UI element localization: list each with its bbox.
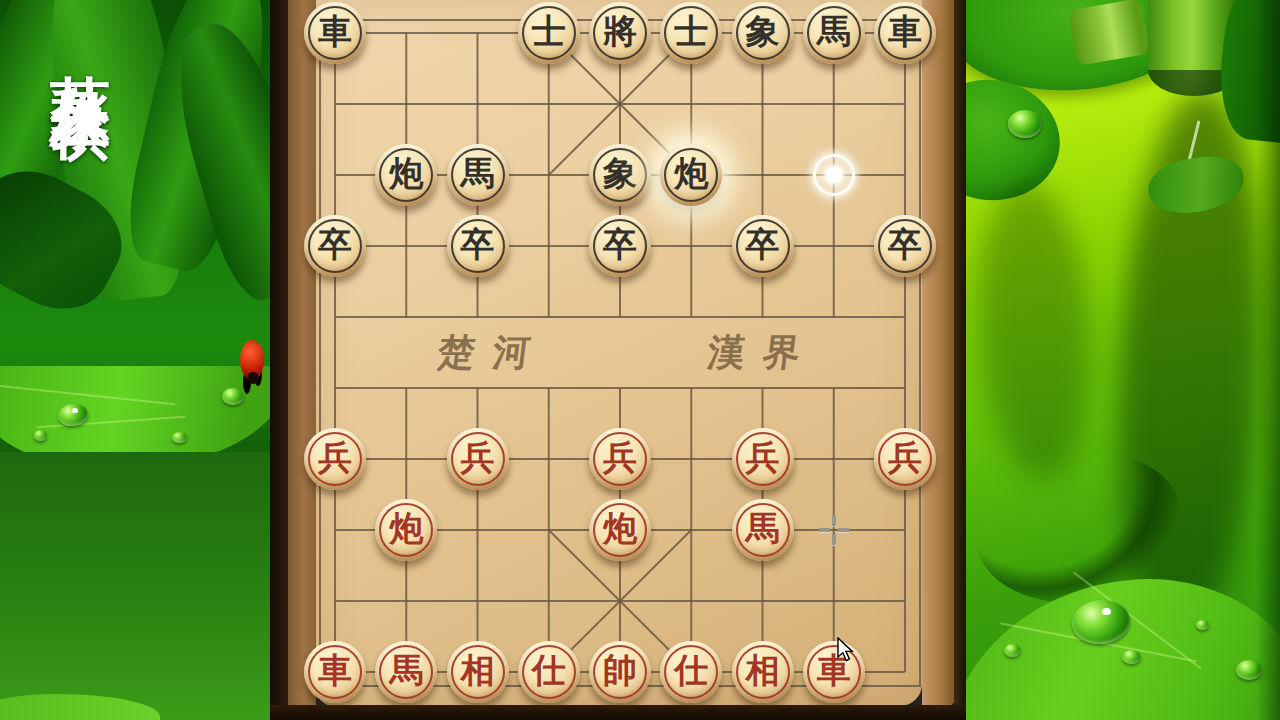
piece-black-卒[interactable]: 卒 [589,215,651,277]
crosshair-bar [819,528,830,532]
piece-red-兵[interactable]: 兵 [304,428,366,490]
piece-character: 卒 [447,214,509,276]
piece-black-象[interactable]: 象 [732,2,794,64]
piece-black-象[interactable]: 象 [589,144,651,206]
edge-shadow [1256,0,1280,720]
ladybug [240,340,264,380]
piece-character: 兵 [589,427,651,489]
piece-black-卒[interactable]: 卒 [304,215,366,277]
piece-black-炮[interactable]: 炮 [660,144,722,206]
piece-black-士[interactable]: 士 [518,2,580,64]
leaf [935,570,1280,720]
piece-red-車[interactable]: 車 [304,641,366,703]
piece-character: 炮 [375,143,437,205]
piece-black-將[interactable]: 將 [589,2,651,64]
piece-character: 將 [589,1,651,63]
piece-character: 帥 [589,640,651,702]
water-droplet [1122,650,1141,664]
piece-black-炮[interactable]: 炮 [375,144,437,206]
piece-black-車[interactable]: 車 [874,2,936,64]
piece-character: 車 [803,640,865,702]
piece-black-卒[interactable]: 卒 [874,215,936,277]
app-title: 莫愁象棋 [40,26,121,62]
piece-character: 炮 [589,498,651,560]
piece-character: 馬 [803,1,865,63]
piece-character: 車 [304,640,366,702]
crosshair-bar [832,534,836,545]
piece-red-兵[interactable]: 兵 [447,428,509,490]
piece-red-仕[interactable]: 仕 [660,641,722,703]
piece-character: 卒 [732,214,794,276]
board-frame-edge [954,0,966,714]
piece-red-仕[interactable]: 仕 [518,641,580,703]
water-droplet [1004,644,1021,657]
piece-red-炮[interactable]: 炮 [589,499,651,561]
piece-black-馬[interactable]: 馬 [447,144,509,206]
piece-character: 馬 [447,143,509,205]
background-left: 莫愁象棋 [0,0,272,720]
last-move-origin-ring [813,154,855,196]
piece-character: 馬 [732,498,794,560]
crosshair-bar [832,515,836,526]
board-frame-edge [270,0,288,720]
piece-black-車[interactable]: 車 [304,2,366,64]
water-droplet [222,388,244,405]
crosshair-bar [838,528,849,532]
piece-character: 馬 [375,640,437,702]
piece-character: 車 [304,1,366,63]
piece-character: 士 [660,1,722,63]
mouse-cursor [836,637,854,663]
piece-black-卒[interactable]: 卒 [447,215,509,277]
piece-character: 相 [732,640,794,702]
piece-character: 士 [518,1,580,63]
piece-character: 兵 [874,427,936,489]
piece-character: 相 [447,640,509,702]
piece-black-馬[interactable]: 馬 [803,2,865,64]
piece-red-馬[interactable]: 馬 [732,499,794,561]
piece-red-兵[interactable]: 兵 [874,428,936,490]
piece-character: 炮 [375,498,437,560]
crosshair-marker [819,515,849,545]
piece-black-士[interactable]: 士 [660,2,722,64]
piece-red-帥[interactable]: 帥 [589,641,651,703]
leaf-vein [0,385,176,406]
background-right [960,0,1280,720]
water-droplet [172,432,187,443]
xiangqi-game-screen: 莫愁象棋 楚河 漢界 車士將士象馬車炮馬象炮卒卒卒卒卒兵兵兵兵兵炮炮馬車馬相仕 [0,0,1280,720]
piece-red-相[interactable]: 相 [447,641,509,703]
piece-character: 炮 [660,143,722,205]
piece-red-車[interactable]: 車 [803,641,865,703]
water-droplet [1008,110,1042,138]
piece-character: 兵 [304,427,366,489]
piece-character: 象 [589,143,651,205]
piece-character: 兵 [447,427,509,489]
piece-character: 仕 [660,640,722,702]
piece-red-馬[interactable]: 馬 [375,641,437,703]
piece-black-卒[interactable]: 卒 [732,215,794,277]
piece-grid: 車士將士象馬車炮馬象炮卒卒卒卒卒兵兵兵兵兵炮炮馬車馬相仕帥仕相車 [299,0,940,708]
piece-character: 卒 [304,214,366,276]
piece-character: 車 [874,1,936,63]
piece-red-相[interactable]: 相 [732,641,794,703]
piece-character: 象 [732,1,794,63]
piece-red-炮[interactable]: 炮 [375,499,437,561]
piece-character: 仕 [518,640,580,702]
water-droplet [1196,620,1209,630]
droplet-sparkle [1102,608,1111,615]
piece-red-兵[interactable]: 兵 [589,428,651,490]
droplet-sparkle [72,408,78,413]
piece-character: 兵 [732,427,794,489]
piece-character: 卒 [874,214,936,276]
leaf-shadow [970,177,1101,484]
piece-red-兵[interactable]: 兵 [732,428,794,490]
piece-character: 卒 [589,214,651,276]
leaf-shadow-area [0,452,272,720]
water-droplet [34,430,47,441]
